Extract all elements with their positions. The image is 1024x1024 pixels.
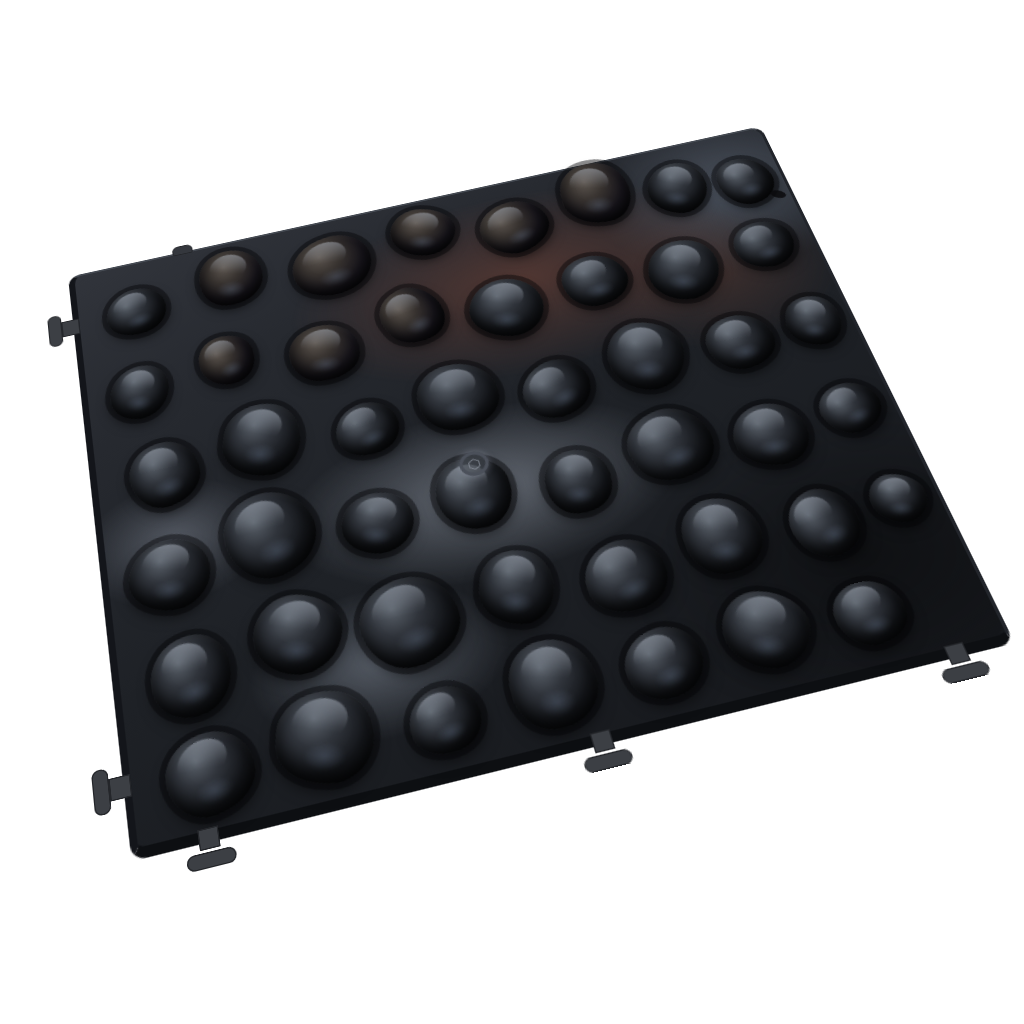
connector-tab [576,725,635,774]
pebble [338,490,418,556]
pebble [570,527,683,626]
pebble [190,327,265,394]
pebble [707,152,784,210]
pebble [864,472,934,524]
pebble-reflection [359,525,393,546]
pebble-gloss [872,474,914,506]
pebble-gloss [612,322,669,365]
connector-tab-cap [186,845,238,873]
pebble [199,247,263,308]
pebble [646,162,707,215]
pebble [109,364,171,422]
pebble [648,239,719,301]
pebble-reflection [126,394,153,412]
pebble [122,433,208,517]
pebble [274,690,375,786]
pebble-reflection [747,634,788,658]
pebble [468,192,561,264]
pebble-gloss [790,297,830,326]
pebble-gloss [234,405,285,448]
pebble-reflection [276,638,317,663]
pebble [468,277,546,338]
pebble-gloss [265,595,324,645]
pebble-gloss [488,552,539,595]
pebble-gloss [730,592,792,639]
pebble [477,549,555,626]
pebble [99,280,174,344]
pebble-reflection [581,194,616,216]
pebble [554,159,637,227]
pebble [250,594,344,676]
pebble [128,535,211,616]
edge-notch-mark [770,189,787,199]
connector-tab-cap [940,659,992,685]
pebble [783,296,844,345]
pebble-reflection [564,484,596,505]
pebble-gloss [353,494,398,529]
pebble [397,674,494,767]
pebble [347,563,474,682]
pebble [554,248,638,313]
pebble-reflection [242,443,278,465]
pebble-reflection [663,190,690,207]
pebble [389,209,456,256]
pebble [696,308,785,376]
pebble-reflection [408,235,437,249]
pebble [612,616,718,711]
connector-tab-stem [943,642,971,665]
product-photo-stage: ⬡ [0,0,1024,1024]
connector-tab-stem [108,774,132,802]
connector-tab-stem [61,319,80,338]
pebble [723,214,806,275]
pebble-reflection [630,358,668,382]
pebble-gloss [514,639,579,698]
pebble-reflection [302,741,346,771]
pebble [542,448,616,515]
pebble [157,719,265,830]
pebble-gloss [654,165,695,193]
pebble [287,321,363,385]
connector-tab [47,311,81,348]
pebble-reflection [217,279,245,298]
pebble-reflection [668,272,699,291]
pebble [822,573,919,654]
pebble [674,493,771,578]
connector-tab-stem [590,729,616,754]
top-edge-bump [172,244,193,257]
pebble-gloss [550,451,598,490]
pebble-gloss [656,241,705,275]
pebble [212,479,330,592]
connector-tab-stem [197,825,221,851]
connector-tab-cap [47,315,63,348]
pebble-reflection [490,310,524,329]
pebble-mat-board: ⬡ [68,126,1015,861]
pebble [774,479,877,568]
pebble [724,398,819,472]
pebble-reflection [887,500,916,516]
connector-tab-cap [91,768,112,817]
pebble-reflection [499,590,533,614]
pebble [719,591,815,669]
pebble [808,373,894,443]
pebble [143,625,240,729]
pebble [613,397,728,493]
pebble [509,349,605,429]
hexagon-icon: ⬡ [466,456,482,471]
pebble [325,393,410,466]
connector-tab [183,822,238,874]
pebble [219,403,303,476]
connector-tab-cap [583,748,635,775]
pebble [502,634,606,736]
pebble-reflection [802,323,828,338]
pebble [368,278,456,353]
pebble [284,227,381,304]
pebble [602,319,691,393]
connector-tab [91,763,134,817]
pebble-gloss [288,692,354,750]
pebble [412,358,506,436]
connector-tab [930,639,992,685]
